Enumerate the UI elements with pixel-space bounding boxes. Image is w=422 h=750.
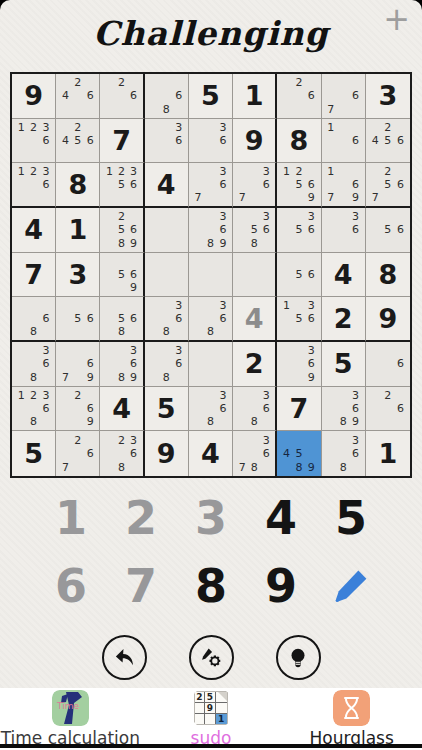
cell-r1c1[interactable]: 9 bbox=[12, 74, 56, 119]
pencil-marks: 12356 bbox=[103, 165, 139, 204]
cell-r1c2[interactable]: 246 bbox=[56, 74, 100, 119]
pencil-marks: 12368 bbox=[15, 389, 52, 429]
cell-r6c2[interactable]: 56 bbox=[56, 297, 100, 342]
toolbar bbox=[0, 635, 422, 680]
cell-r4c7[interactable]: 356 bbox=[277, 208, 321, 253]
cell-r6c6[interactable]: 4 bbox=[233, 297, 277, 342]
cell-r2c6[interactable]: 9 bbox=[233, 119, 277, 164]
cell-r4c3[interactable]: 25689 bbox=[100, 208, 144, 253]
cell-r7c4[interactable]: 368 bbox=[145, 342, 189, 387]
cell-r2c5[interactable]: 36 bbox=[189, 119, 233, 164]
cell-r6c9[interactable]: 9 bbox=[366, 297, 410, 342]
pencil-marks: 679 bbox=[59, 344, 96, 384]
pencil-marks: 368 bbox=[15, 344, 52, 384]
pencil-marks: 356 bbox=[280, 210, 317, 250]
cell-r3c1[interactable]: 1236 bbox=[12, 163, 56, 208]
given-digit: 8 bbox=[277, 119, 320, 163]
time-calculation-icon-art: Time bbox=[52, 690, 89, 726]
given-digit: 1 bbox=[56, 208, 99, 252]
pencil-marks: 12569 bbox=[280, 165, 317, 204]
pen-tool-icon bbox=[330, 565, 372, 607]
cell-r1c9[interactable]: 3 bbox=[366, 74, 410, 119]
cell-r2c2[interactable]: 2456 bbox=[56, 119, 100, 164]
cell-r8c5[interactable]: 368 bbox=[189, 387, 233, 432]
hourglass-icon-art bbox=[333, 690, 370, 726]
numpad-2[interactable]: 2 bbox=[116, 488, 166, 548]
cell-r3c9[interactable]: 2567 bbox=[366, 163, 410, 208]
numpad-5[interactable]: 5 bbox=[326, 488, 376, 548]
hourglass-app-icon bbox=[333, 690, 370, 726]
cell-r8c4[interactable]: 5 bbox=[145, 387, 189, 432]
cell-r5c4[interactable] bbox=[145, 253, 189, 298]
pencil-marks: 368 bbox=[325, 433, 362, 474]
cell-r5c3[interactable]: 569 bbox=[100, 253, 144, 298]
cell-r2c8[interactable]: 16 bbox=[322, 119, 366, 164]
cell-r1c7[interactable]: 26 bbox=[277, 74, 321, 119]
cell-r3c2[interactable]: 8 bbox=[56, 163, 100, 208]
given-digit: 8 bbox=[56, 163, 99, 206]
cell-r5c2[interactable]: 3 bbox=[56, 253, 100, 298]
user-digit: 4 bbox=[233, 297, 275, 340]
tab-hourglass[interactable]: Hourglass bbox=[281, 690, 422, 748]
cell-r2c7[interactable]: 8 bbox=[277, 119, 321, 164]
cell-r7c3[interactable]: 3689 bbox=[100, 342, 144, 387]
pencil-marks: 2567 bbox=[369, 165, 407, 204]
undo-button[interactable] bbox=[102, 635, 147, 680]
cell-r1c8[interactable]: 67 bbox=[322, 74, 366, 119]
pencil-marks: 369 bbox=[280, 344, 317, 384]
pencil-marks: 246 bbox=[59, 76, 96, 116]
cell-r1c6[interactable]: 1 bbox=[233, 74, 277, 119]
given-digit: 3 bbox=[366, 74, 410, 118]
pencil-marks: 367 bbox=[236, 165, 272, 204]
cell-r5c6[interactable] bbox=[233, 253, 277, 298]
cell-r4c1[interactable]: 4 bbox=[12, 208, 56, 253]
cell-r1c4[interactable]: 68 bbox=[145, 74, 189, 119]
pencil-marks: 36 bbox=[192, 121, 229, 161]
pencil-marks: 368 bbox=[148, 344, 185, 384]
cell-r9c7-selected[interactable]: 4589 bbox=[277, 431, 321, 476]
cell-r9c6[interactable]: 3678 bbox=[233, 431, 277, 476]
app-tab-bar: TimeTime calculation2591sudoHourglass bbox=[0, 688, 422, 750]
cell-r6c4[interactable]: 368 bbox=[145, 297, 189, 342]
cell-r4c8[interactable]: 36 bbox=[322, 208, 366, 253]
given-digit: 7 bbox=[277, 387, 320, 431]
cell-r8c1[interactable]: 12368 bbox=[12, 387, 56, 432]
numpad-9[interactable]: 9 bbox=[256, 556, 306, 616]
given-digit: 1 bbox=[366, 431, 410, 476]
cell-r8c9[interactable]: 26 bbox=[366, 387, 410, 432]
pencil-marks: 26 bbox=[280, 76, 317, 116]
cell-r3c4[interactable]: 4 bbox=[145, 163, 189, 208]
cell-r3c5[interactable]: 367 bbox=[189, 163, 233, 208]
pencil-marks: 4589 bbox=[280, 433, 317, 474]
cell-r9c8[interactable]: 368 bbox=[322, 431, 366, 476]
cell-r3c6[interactable]: 367 bbox=[233, 163, 277, 208]
pencil-marks: 67 bbox=[325, 76, 362, 116]
pencil-marks: 68 bbox=[15, 299, 52, 338]
pencil-marks: 2368 bbox=[103, 433, 139, 474]
pencil-marks: 6 bbox=[369, 344, 407, 384]
cell-r5c5[interactable] bbox=[189, 253, 233, 298]
given-digit: 4 bbox=[145, 163, 188, 206]
cell-r7c7[interactable]: 369 bbox=[277, 342, 321, 387]
cell-r8c6[interactable]: 368 bbox=[233, 387, 277, 432]
pencil-gear-icon bbox=[198, 644, 225, 671]
given-digit: 9 bbox=[12, 74, 55, 118]
page-title: Challenging bbox=[0, 14, 422, 53]
pencil-marks: 368 bbox=[148, 299, 185, 338]
pencil-marks: 269 bbox=[59, 389, 96, 429]
pencil-marks: 2456 bbox=[59, 121, 96, 161]
cell-r9c4[interactable]: 9 bbox=[145, 431, 189, 476]
given-digit: 7 bbox=[100, 119, 142, 163]
cell-r9c9[interactable]: 1 bbox=[366, 431, 410, 476]
pencil-marks: 568 bbox=[103, 299, 139, 338]
cell-r4c4[interactable] bbox=[145, 208, 189, 253]
auto-notes-button[interactable] bbox=[189, 635, 234, 680]
cell-r7c5[interactable] bbox=[189, 342, 233, 387]
undo-arrow-icon bbox=[111, 645, 137, 671]
pencil-marks: 3689 bbox=[192, 210, 229, 250]
pencil-marks: 25689 bbox=[103, 210, 139, 250]
lightbulb-icon bbox=[285, 645, 311, 671]
cell-r6c5[interactable]: 368 bbox=[189, 297, 233, 342]
pencil-marks: 2456 bbox=[369, 121, 407, 161]
cell-r8c3[interactable]: 4 bbox=[100, 387, 144, 432]
pencil-marks: 267 bbox=[59, 433, 96, 474]
given-digit: 4 bbox=[322, 253, 365, 297]
cell-r6c3[interactable]: 568 bbox=[100, 297, 144, 342]
given-digit: 3 bbox=[56, 253, 99, 297]
cell-r2c9[interactable]: 2456 bbox=[366, 119, 410, 164]
tab-sudo[interactable]: 2591sudo bbox=[141, 690, 282, 748]
pencil-marks: 16 bbox=[325, 121, 362, 161]
given-digit: 1 bbox=[233, 74, 275, 118]
pencil-marks: 36 bbox=[325, 210, 362, 250]
given-digit: 5 bbox=[322, 342, 365, 386]
numpad-3[interactable]: 3 bbox=[186, 488, 236, 548]
given-digit: 2 bbox=[322, 297, 365, 340]
cell-r9c2[interactable]: 267 bbox=[56, 431, 100, 476]
pencil-marks: 3568 bbox=[236, 210, 272, 250]
cell-r2c3[interactable]: 7 bbox=[100, 119, 144, 164]
cell-r6c1[interactable]: 68 bbox=[12, 297, 56, 342]
number-pad: 123456789 bbox=[46, 488, 376, 624]
cell-r7c9[interactable]: 6 bbox=[366, 342, 410, 387]
cell-r5c7[interactable]: 56 bbox=[277, 253, 321, 298]
new-game-plus-button[interactable]: + bbox=[383, 2, 410, 37]
given-digit: 8 bbox=[366, 253, 410, 297]
cell-r8c2[interactable]: 269 bbox=[56, 387, 100, 432]
cell-r3c7[interactable]: 12569 bbox=[277, 163, 321, 208]
pencil-marks: 1236 bbox=[15, 165, 52, 204]
pencil-marks: 367 bbox=[192, 165, 229, 204]
cell-r1c3[interactable]: 26 bbox=[100, 74, 144, 119]
pencil-marks: 56 bbox=[59, 299, 96, 338]
given-digit: 4 bbox=[100, 387, 142, 431]
home-indicator bbox=[0, 744, 422, 748]
given-digit: 5 bbox=[12, 431, 55, 476]
pencil-marks: 3689 bbox=[103, 344, 139, 384]
numpad-7[interactable]: 7 bbox=[116, 556, 166, 616]
pencil-marks: 68 bbox=[148, 76, 185, 116]
numpad-6[interactable]: 6 bbox=[46, 556, 96, 616]
cell-r4c6[interactable]: 3568 bbox=[233, 208, 277, 253]
pencil-marks: 26 bbox=[369, 389, 407, 429]
cell-r3c3[interactable]: 12356 bbox=[100, 163, 144, 208]
pen-tool-button[interactable] bbox=[326, 556, 376, 616]
given-digit: 9 bbox=[366, 297, 410, 340]
given-digit: 2 bbox=[233, 342, 275, 386]
cell-r8c7[interactable]: 7 bbox=[277, 387, 321, 432]
sudoku-app-screen: Challenging + 92462668512667312362456736… bbox=[0, 0, 422, 750]
cell-r1c5[interactable]: 5 bbox=[189, 74, 233, 119]
cell-r6c7[interactable]: 1356 bbox=[277, 297, 321, 342]
cell-r9c1[interactable]: 5 bbox=[12, 431, 56, 476]
pencil-marks: 368 bbox=[236, 389, 272, 429]
cell-r8c8[interactable]: 3689 bbox=[322, 387, 366, 432]
cell-r3c8[interactable]: 1679 bbox=[322, 163, 366, 208]
cell-r5c9[interactable]: 8 bbox=[366, 253, 410, 298]
cell-r4c9[interactable]: 56 bbox=[366, 208, 410, 253]
cell-r7c6[interactable]: 2 bbox=[233, 342, 277, 387]
tab-time-calculation[interactable]: TimeTime calculation bbox=[0, 690, 141, 748]
given-digit: 5 bbox=[189, 74, 232, 118]
pencil-marks: 368 bbox=[192, 389, 229, 429]
cell-r4c5[interactable]: 3689 bbox=[189, 208, 233, 253]
time-calculation-app-icon: Time bbox=[52, 690, 89, 726]
given-digit: 4 bbox=[12, 208, 55, 252]
cell-r2c4[interactable]: 36 bbox=[145, 119, 189, 164]
cell-r6c8[interactable]: 2 bbox=[322, 297, 366, 342]
pencil-marks: 1356 bbox=[280, 299, 317, 338]
pencil-marks: 1236 bbox=[15, 121, 52, 161]
cell-r4c2[interactable]: 1 bbox=[56, 208, 100, 253]
pencil-marks: 368 bbox=[192, 299, 229, 338]
pencil-marks: 56 bbox=[280, 255, 317, 295]
cell-r9c5[interactable]: 4 bbox=[189, 431, 233, 476]
numpad-8[interactable]: 8 bbox=[186, 556, 236, 616]
cell-r5c1[interactable]: 7 bbox=[12, 253, 56, 298]
numpad-1[interactable]: 1 bbox=[46, 488, 96, 548]
pencil-marks: 3689 bbox=[325, 389, 362, 429]
pencil-marks: 569 bbox=[103, 255, 139, 295]
pencil-marks: 36 bbox=[148, 121, 185, 161]
cell-r9c3[interactable]: 2368 bbox=[100, 431, 144, 476]
pencil-marks: 26 bbox=[103, 76, 139, 116]
pencil-marks: 3678 bbox=[236, 433, 272, 474]
given-digit: 9 bbox=[233, 119, 275, 163]
sudoku-board[interactable]: 9246266851266731236245673636981624561236… bbox=[10, 72, 412, 478]
given-digit: 9 bbox=[145, 431, 188, 476]
given-digit: 7 bbox=[12, 253, 55, 297]
pencil-marks: 56 bbox=[369, 210, 407, 250]
given-digit: 4 bbox=[189, 431, 232, 476]
cell-r7c1[interactable]: 368 bbox=[12, 342, 56, 387]
cell-r5c8[interactable]: 4 bbox=[322, 253, 366, 298]
given-digit: 5 bbox=[145, 387, 188, 431]
hint-button[interactable] bbox=[276, 635, 321, 680]
cell-r7c2[interactable]: 679 bbox=[56, 342, 100, 387]
pencil-marks: 1679 bbox=[325, 165, 362, 204]
sudoku-app-icon: 2591 bbox=[193, 690, 230, 726]
svg-text:Time: Time bbox=[56, 701, 79, 711]
numpad-4[interactable]: 4 bbox=[256, 488, 306, 548]
cell-r7c8[interactable]: 5 bbox=[322, 342, 366, 387]
cell-r2c1[interactable]: 1236 bbox=[12, 119, 56, 164]
